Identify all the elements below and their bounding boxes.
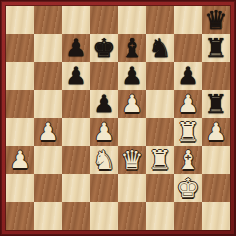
square-b3[interactable]	[34, 146, 62, 174]
square-f5[interactable]	[146, 90, 174, 118]
square-e7[interactable]: ♝	[118, 34, 146, 62]
chess-board: ♛♟♚♝♞♜♟♟♟♟♟♟♜♟♟♜♟♟♞♛♜♝♚	[6, 6, 230, 230]
square-f3[interactable]: ♜	[146, 146, 174, 174]
piece-black-pawn[interactable]: ♟	[177, 62, 199, 90]
square-h7[interactable]: ♜	[202, 34, 230, 62]
square-a2[interactable]	[6, 174, 34, 202]
piece-white-bishop[interactable]: ♝	[176, 146, 199, 174]
square-c4[interactable]	[62, 118, 90, 146]
piece-white-knight[interactable]: ♞	[92, 146, 115, 174]
square-a3[interactable]: ♟	[6, 146, 34, 174]
square-g3[interactable]: ♝	[174, 146, 202, 174]
piece-white-queen[interactable]: ♛	[120, 146, 143, 174]
square-c1[interactable]	[62, 202, 90, 230]
square-a7[interactable]	[6, 34, 34, 62]
piece-black-bishop[interactable]: ♝	[120, 34, 143, 62]
piece-black-knight[interactable]: ♞	[148, 34, 171, 62]
square-d1[interactable]	[90, 202, 118, 230]
square-b6[interactable]	[34, 62, 62, 90]
piece-black-rook[interactable]: ♜	[204, 90, 227, 118]
square-b7[interactable]	[34, 34, 62, 62]
square-d8[interactable]	[90, 6, 118, 34]
piece-black-king[interactable]: ♚	[92, 34, 115, 62]
square-e5[interactable]: ♟	[118, 90, 146, 118]
piece-white-pawn[interactable]: ♟	[9, 146, 31, 174]
square-c6[interactable]: ♟	[62, 62, 90, 90]
piece-black-pawn[interactable]: ♟	[93, 90, 115, 118]
square-b2[interactable]	[34, 174, 62, 202]
piece-black-rook[interactable]: ♜	[204, 34, 227, 62]
square-f1[interactable]	[146, 202, 174, 230]
square-c5[interactable]	[62, 90, 90, 118]
square-a1[interactable]	[6, 202, 34, 230]
piece-white-pawn[interactable]: ♟	[177, 90, 199, 118]
square-h3[interactable]	[202, 146, 230, 174]
square-h5[interactable]: ♜	[202, 90, 230, 118]
square-c3[interactable]	[62, 146, 90, 174]
square-f2[interactable]	[146, 174, 174, 202]
square-h4[interactable]: ♟	[202, 118, 230, 146]
square-f6[interactable]	[146, 62, 174, 90]
piece-white-pawn[interactable]: ♟	[121, 90, 143, 118]
square-b5[interactable]	[34, 90, 62, 118]
square-a8[interactable]	[6, 6, 34, 34]
square-d3[interactable]: ♞	[90, 146, 118, 174]
square-e8[interactable]	[118, 6, 146, 34]
square-f8[interactable]	[146, 6, 174, 34]
square-d7[interactable]: ♚	[90, 34, 118, 62]
chess-board-frame: ♛♟♚♝♞♜♟♟♟♟♟♟♜♟♟♜♟♟♞♛♜♝♚	[0, 0, 236, 236]
square-h2[interactable]	[202, 174, 230, 202]
square-g6[interactable]: ♟	[174, 62, 202, 90]
square-h1[interactable]	[202, 202, 230, 230]
piece-white-king[interactable]: ♚	[176, 174, 199, 202]
square-a5[interactable]	[6, 90, 34, 118]
square-g4[interactable]: ♜	[174, 118, 202, 146]
piece-white-rook[interactable]: ♜	[148, 146, 171, 174]
square-c8[interactable]	[62, 6, 90, 34]
piece-white-pawn[interactable]: ♟	[37, 118, 59, 146]
square-a6[interactable]	[6, 62, 34, 90]
square-c7[interactable]: ♟	[62, 34, 90, 62]
square-g2[interactable]: ♚	[174, 174, 202, 202]
square-d4[interactable]: ♟	[90, 118, 118, 146]
square-h6[interactable]	[202, 62, 230, 90]
square-e1[interactable]	[118, 202, 146, 230]
square-e3[interactable]: ♛	[118, 146, 146, 174]
square-f4[interactable]	[146, 118, 174, 146]
square-g7[interactable]	[174, 34, 202, 62]
piece-black-pawn[interactable]: ♟	[65, 62, 87, 90]
square-d2[interactable]	[90, 174, 118, 202]
square-g5[interactable]: ♟	[174, 90, 202, 118]
square-b8[interactable]	[34, 6, 62, 34]
square-f7[interactable]: ♞	[146, 34, 174, 62]
square-g8[interactable]	[174, 6, 202, 34]
piece-black-pawn[interactable]: ♟	[121, 62, 143, 90]
square-e2[interactable]	[118, 174, 146, 202]
square-b1[interactable]	[34, 202, 62, 230]
square-e6[interactable]: ♟	[118, 62, 146, 90]
square-a4[interactable]	[6, 118, 34, 146]
piece-white-pawn[interactable]: ♟	[205, 118, 227, 146]
piece-black-pawn[interactable]: ♟	[65, 34, 87, 62]
square-g1[interactable]	[174, 202, 202, 230]
square-c2[interactable]	[62, 174, 90, 202]
square-d5[interactable]: ♟	[90, 90, 118, 118]
piece-white-pawn[interactable]: ♟	[93, 118, 115, 146]
square-d6[interactable]	[90, 62, 118, 90]
square-h8[interactable]: ♛	[202, 6, 230, 34]
square-b4[interactable]: ♟	[34, 118, 62, 146]
square-e4[interactable]	[118, 118, 146, 146]
piece-white-rook[interactable]: ♜	[176, 118, 199, 146]
piece-black-queen[interactable]: ♛	[204, 6, 227, 34]
